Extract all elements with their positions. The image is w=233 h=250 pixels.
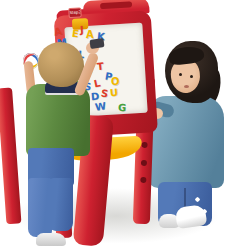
magnetic-letter: W	[94, 101, 106, 112]
boy-jeans-leg	[50, 178, 73, 231]
magnetic-letter: U	[109, 88, 118, 99]
magnetic-letter: J	[80, 25, 85, 35]
product-photo: Step2 AMEJAKBOLJETPCSLOMDSUWG	[0, 0, 233, 250]
eraser-magnet	[89, 38, 104, 49]
boy-shoe	[36, 233, 66, 246]
magnetic-letter: G	[118, 103, 127, 114]
boy-hair	[38, 42, 84, 87]
magnetic-letter: E	[71, 29, 79, 40]
magnetic-letter: T	[96, 62, 104, 73]
magnetic-letter: L	[93, 78, 101, 89]
magnetic-letter: O	[111, 77, 120, 87]
magnetic-letter: S	[100, 88, 109, 99]
boy-jeans-leg	[28, 178, 52, 237]
